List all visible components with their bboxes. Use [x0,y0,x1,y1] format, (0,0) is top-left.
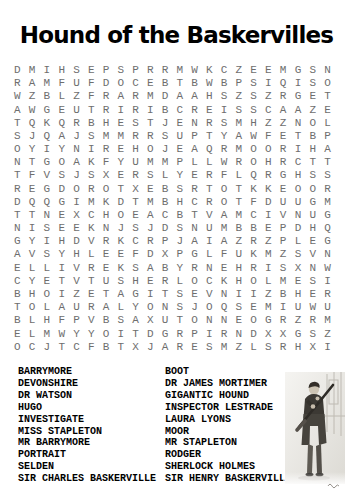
grid-cell[interactable]: I [84,143,99,156]
grid-cell[interactable]: O [261,143,276,156]
grid-cell[interactable]: A [231,130,246,143]
grid-cell[interactable]: R [276,143,291,156]
grid-cell[interactable]: R [231,156,246,169]
grid-cell[interactable]: I [202,235,217,248]
grid-cell[interactable]: A [187,143,202,156]
grid-cell[interactable]: P [128,64,143,77]
grid-cell[interactable]: B [246,222,261,235]
grid-cell[interactable]: N [40,209,55,222]
grid-cell[interactable]: R [276,341,291,354]
grid-cell[interactable]: D [69,235,84,248]
grid-cell[interactable]: A [10,248,25,261]
grid-cell[interactable]: B [99,314,114,327]
grid-cell[interactable]: A [172,90,187,103]
grid-cell[interactable]: Z [231,90,246,103]
grid-cell[interactable]: F [99,156,114,169]
grid-cell[interactable]: A [187,235,202,248]
grid-cell[interactable]: A [113,288,128,301]
grid-cell[interactable]: S [305,77,320,90]
grid-cell[interactable]: I [202,327,217,340]
grid-cell[interactable]: V [84,235,99,248]
grid-cell[interactable]: S [69,64,84,77]
grid-cell[interactable]: E [143,77,158,90]
grid-cell[interactable]: K [246,183,261,196]
grid-cell[interactable]: I [261,77,276,90]
grid-cell[interactable]: R [187,262,202,275]
grid-cell[interactable]: Y [172,262,187,275]
grid-cell[interactable]: S [246,104,261,117]
grid-cell[interactable]: Z [231,341,246,354]
grid-cell[interactable]: V [84,314,99,327]
grid-cell[interactable]: X [143,314,158,327]
grid-cell[interactable]: T [305,156,320,169]
grid-cell[interactable]: T [172,314,187,327]
grid-cell[interactable]: O [25,301,40,314]
grid-cell[interactable]: E [113,117,128,130]
grid-cell[interactable]: E [54,209,69,222]
grid-cell[interactable]: S [172,222,187,235]
grid-cell[interactable]: X [261,327,276,340]
grid-cell[interactable]: U [202,222,217,235]
grid-cell[interactable]: E [172,143,187,156]
grid-cell[interactable]: U [320,301,335,314]
grid-cell[interactable]: R [84,301,99,314]
grid-cell[interactable]: E [246,301,261,314]
grid-cell[interactable]: K [246,248,261,261]
grid-cell[interactable]: Z [25,90,40,103]
grid-cell[interactable]: Z [276,117,291,130]
grid-cell[interactable]: Z [305,104,320,117]
grid-cell[interactable]: Z [261,235,276,248]
grid-cell[interactable]: R [320,183,335,196]
grid-cell[interactable]: J [158,117,173,130]
grid-cell[interactable]: G [158,327,173,340]
grid-cell[interactable]: B [217,77,232,90]
grid-cell[interactable]: Q [40,130,55,143]
grid-cell[interactable]: S [143,169,158,182]
grid-cell[interactable]: R [99,104,114,117]
grid-cell[interactable]: G [261,314,276,327]
grid-cell[interactable]: T [84,104,99,117]
grid-cell[interactable]: T [231,196,246,209]
grid-cell[interactable]: L [54,90,69,103]
grid-cell[interactable]: O [320,77,335,90]
grid-cell[interactable]: O [217,183,232,196]
grid-cell[interactable]: L [40,301,55,314]
grid-cell[interactable]: S [217,90,232,103]
grid-cell[interactable]: O [54,156,69,169]
grid-cell[interactable]: B [158,77,173,90]
grid-cell[interactable]: J [69,169,84,182]
grid-cell[interactable]: G [305,196,320,209]
grid-cell[interactable]: H [99,117,114,130]
grid-cell[interactable]: T [172,77,187,90]
grid-cell[interactable]: O [99,183,114,196]
grid-cell[interactable]: O [217,196,232,209]
grid-cell[interactable]: E [276,130,291,143]
grid-cell[interactable]: E [40,275,55,288]
grid-cell[interactable]: S [113,314,128,327]
grid-cell[interactable]: K [84,156,99,169]
grid-cell[interactable]: U [128,156,143,169]
grid-cell[interactable]: R [10,77,25,90]
grid-cell[interactable]: U [291,301,306,314]
grid-cell[interactable]: W [25,104,40,117]
grid-cell[interactable]: M [40,77,55,90]
grid-cell[interactable]: R [246,235,261,248]
grid-cell[interactable]: H [99,209,114,222]
grid-cell[interactable]: G [276,169,291,182]
grid-cell[interactable]: I [231,288,246,301]
grid-cell[interactable]: M [143,90,158,103]
grid-cell[interactable]: E [113,143,128,156]
grid-cell[interactable]: N [291,117,306,130]
grid-cell[interactable]: R [10,183,25,196]
grid-cell[interactable]: R [187,183,202,196]
grid-cell[interactable]: Q [25,196,40,209]
grid-cell[interactable]: B [172,209,187,222]
grid-cell[interactable]: M [276,64,291,77]
grid-cell[interactable]: C [202,275,217,288]
grid-cell[interactable]: W [54,327,69,340]
grid-cell[interactable]: O [69,183,84,196]
grid-cell[interactable]: R [217,327,232,340]
grid-cell[interactable]: H [231,275,246,288]
grid-cell[interactable]: A [99,301,114,314]
grid-cell[interactable]: O [143,143,158,156]
grid-cell[interactable]: E [172,117,187,130]
grid-cell[interactable]: I [320,275,335,288]
grid-cell[interactable]: A [143,209,158,222]
grid-cell[interactable]: M [276,275,291,288]
grid-cell[interactable]: S [276,262,291,275]
grid-cell[interactable]: R [276,90,291,103]
grid-cell[interactable]: S [113,64,128,77]
grid-cell[interactable]: O [113,77,128,90]
grid-cell[interactable]: M [143,156,158,169]
grid-cell[interactable]: S [305,275,320,288]
grid-cell[interactable]: S [305,64,320,77]
grid-cell[interactable]: E [25,183,40,196]
grid-cell[interactable]: M [25,64,40,77]
grid-cell[interactable]: F [54,77,69,90]
grid-cell[interactable]: S [291,248,306,261]
grid-cell[interactable]: Y [69,327,84,340]
grid-cell[interactable]: V [276,209,291,222]
grid-cell[interactable]: B [187,77,202,90]
grid-cell[interactable]: N [187,222,202,235]
grid-cell[interactable]: X [128,183,143,196]
grid-cell[interactable]: B [84,117,99,130]
grid-cell[interactable]: L [172,275,187,288]
grid-cell[interactable]: P [172,248,187,261]
grid-cell[interactable]: R [261,169,276,182]
grid-cell[interactable]: U [276,196,291,209]
grid-cell[interactable]: O [99,327,114,340]
grid-cell[interactable]: R [158,275,173,288]
grid-cell[interactable]: A [276,104,291,117]
grid-cell[interactable]: D [99,77,114,90]
grid-cell[interactable]: C [217,64,232,77]
grid-cell[interactable]: A [113,90,128,103]
grid-cell[interactable]: A [158,341,173,354]
grid-cell[interactable]: C [25,341,40,354]
grid-cell[interactable]: A [320,143,335,156]
grid-cell[interactable]: N [69,143,84,156]
grid-cell[interactable]: S [128,262,143,275]
grid-cell[interactable]: U [172,130,187,143]
grid-cell[interactable]: R [128,104,143,117]
grid-cell[interactable]: M [320,314,335,327]
grid-cell[interactable]: X [158,248,173,261]
grid-cell[interactable]: N [187,117,202,130]
grid-cell[interactable]: E [187,341,202,354]
grid-cell[interactable]: O [187,314,202,327]
grid-cell[interactable]: X [99,169,114,182]
grid-cell[interactable]: O [113,209,128,222]
grid-cell[interactable]: G [40,104,55,117]
grid-cell[interactable]: N [99,222,114,235]
grid-cell[interactable]: E [113,169,128,182]
grid-cell[interactable]: B [158,196,173,209]
grid-cell[interactable]: B [158,183,173,196]
grid-cell[interactable]: S [305,169,320,182]
grid-cell[interactable]: S [172,183,187,196]
grid-cell[interactable]: R [143,235,158,248]
grid-cell[interactable]: A [291,104,306,117]
grid-cell[interactable]: Y [54,248,69,261]
grid-cell[interactable]: H [69,248,84,261]
grid-cell[interactable]: H [128,143,143,156]
grid-cell[interactable]: I [40,64,55,77]
grid-cell[interactable]: E [305,235,320,248]
grid-cell[interactable]: Z [69,90,84,103]
grid-cell[interactable]: K [261,183,276,196]
grid-cell[interactable]: I [143,104,158,117]
grid-cell[interactable]: J [143,222,158,235]
grid-cell[interactable]: I [291,77,306,90]
grid-cell[interactable]: R [143,130,158,143]
grid-cell[interactable]: E [231,314,246,327]
grid-cell[interactable]: G [291,327,306,340]
grid-cell[interactable]: T [320,156,335,169]
grid-cell[interactable]: R [99,90,114,103]
grid-cell[interactable]: R [217,143,232,156]
grid-cell[interactable]: O [187,275,202,288]
grid-cell[interactable]: U [69,77,84,90]
grid-cell[interactable]: J [187,301,202,314]
grid-cell[interactable]: R [202,196,217,209]
grid-cell[interactable]: T [84,275,99,288]
grid-cell[interactable]: G [291,64,306,77]
grid-cell[interactable]: C [246,209,261,222]
grid-cell[interactable]: M [158,156,173,169]
grid-cell[interactable]: N [291,209,306,222]
grid-cell[interactable]: I [54,288,69,301]
grid-cell[interactable]: M [231,117,246,130]
grid-cell[interactable]: A [143,262,158,275]
grid-cell[interactable]: L [187,156,202,169]
grid-cell[interactable]: R [172,341,187,354]
grid-cell[interactable]: E [99,248,114,261]
grid-cell[interactable]: T [54,341,69,354]
grid-cell[interactable]: T [291,130,306,143]
grid-cell[interactable]: O [246,143,261,156]
grid-cell[interactable]: C [261,104,276,117]
grid-cell[interactable]: E [54,222,69,235]
grid-cell[interactable]: U [291,196,306,209]
grid-cell[interactable]: M [143,196,158,209]
grid-cell[interactable]: I [113,327,128,340]
grid-cell[interactable]: M [99,130,114,143]
grid-cell[interactable]: S [246,77,261,90]
grid-cell[interactable]: R [246,262,261,275]
grid-cell[interactable]: E [10,262,25,275]
grid-cell[interactable]: R [187,104,202,117]
grid-cell[interactable]: G [10,235,25,248]
grid-cell[interactable]: Q [25,117,40,130]
grid-cell[interactable]: I [276,301,291,314]
grid-cell[interactable]: N [10,222,25,235]
grid-cell[interactable]: U [305,209,320,222]
grid-cell[interactable]: R [158,64,173,77]
grid-cell[interactable]: R [69,117,84,130]
grid-cell[interactable]: O [40,288,55,301]
grid-cell[interactable]: P [69,314,84,327]
grid-cell[interactable]: L [246,341,261,354]
grid-cell[interactable]: S [231,104,246,117]
grid-cell[interactable]: M [217,222,232,235]
grid-cell[interactable]: S [172,288,187,301]
grid-cell[interactable]: J [40,341,55,354]
grid-cell[interactable]: N [202,262,217,275]
grid-cell[interactable]: N [202,314,217,327]
grid-cell[interactable]: J [69,130,84,143]
grid-cell[interactable]: H [54,235,69,248]
grid-cell[interactable]: A [54,130,69,143]
grid-cell[interactable]: B [158,104,173,117]
grid-cell[interactable]: E [187,288,202,301]
grid-cell[interactable]: B [231,222,246,235]
grid-cell[interactable]: L [25,327,40,340]
grid-cell[interactable]: M [84,196,99,209]
grid-cell[interactable]: T [143,117,158,130]
grid-cell[interactable]: S [84,130,99,143]
grid-cell[interactable]: I [54,262,69,275]
grid-cell[interactable]: V [25,248,40,261]
grid-cell[interactable]: T [113,183,128,196]
grid-cell[interactable]: S [54,169,69,182]
grid-cell[interactable]: F [261,130,276,143]
grid-cell[interactable]: S [202,341,217,354]
grid-cell[interactable]: S [320,169,335,182]
grid-cell[interactable]: Q [320,222,335,235]
grid-cell[interactable]: E [54,104,69,117]
grid-cell[interactable]: I [143,288,158,301]
grid-cell[interactable]: B [158,262,173,275]
grid-cell[interactable]: A [25,77,40,90]
grid-cell[interactable]: P [172,156,187,169]
grid-cell[interactable]: G [54,196,69,209]
grid-cell[interactable]: X [305,341,320,354]
grid-cell[interactable]: O [143,301,158,314]
grid-cell[interactable]: R [172,327,187,340]
grid-cell[interactable]: H [128,275,143,288]
grid-cell[interactable]: E [113,248,128,261]
grid-cell[interactable]: Y [113,156,128,169]
grid-cell[interactable]: O [291,183,306,196]
grid-cell[interactable]: T [54,275,69,288]
grid-cell[interactable]: T [202,130,217,143]
grid-cell[interactable]: T [10,117,25,130]
grid-cell[interactable]: E [10,327,25,340]
grid-cell[interactable]: M [261,301,276,314]
grid-cell[interactable]: L [261,275,276,288]
grid-cell[interactable]: C [69,341,84,354]
grid-cell[interactable]: F [54,314,69,327]
grid-cell[interactable]: R [128,169,143,182]
grid-cell[interactable]: L [40,262,55,275]
grid-cell[interactable]: S [246,90,261,103]
grid-cell[interactable]: H [305,143,320,156]
grid-cell[interactable]: E [84,288,99,301]
grid-cell[interactable]: G [187,248,202,261]
grid-cell[interactable]: K [99,196,114,209]
grid-cell[interactable]: M [113,130,128,143]
grid-cell[interactable]: Y [172,169,187,182]
grid-cell[interactable]: F [217,248,232,261]
grid-cell[interactable]: I [25,222,40,235]
grid-cell[interactable]: Y [25,275,40,288]
grid-cell[interactable]: O [246,275,261,288]
grid-cell[interactable]: L [202,156,217,169]
grid-cell[interactable]: B [40,90,55,103]
grid-cell[interactable]: S [217,117,232,130]
grid-cell[interactable]: H [231,262,246,275]
grid-cell[interactable]: M [231,209,246,222]
grid-cell[interactable]: V [40,169,55,182]
grid-cell[interactable]: H [246,117,261,130]
grid-cell[interactable]: Y [84,327,99,340]
grid-cell[interactable]: W [305,301,320,314]
grid-cell[interactable]: P [187,130,202,143]
grid-cell[interactable]: G [320,235,335,248]
grid-cell[interactable]: Z [291,314,306,327]
grid-cell[interactable]: X [69,209,84,222]
grid-cell[interactable]: S [40,222,55,235]
grid-cell[interactable]: C [158,209,173,222]
grid-cell[interactable]: E [291,275,306,288]
grid-cell[interactable]: D [291,222,306,235]
grid-cell[interactable]: S [305,327,320,340]
grid-cell[interactable]: T [10,209,25,222]
grid-cell[interactable]: M [320,196,335,209]
grid-cell[interactable]: U [99,275,114,288]
grid-cell[interactable]: O [305,183,320,196]
grid-cell[interactable]: N [320,64,335,77]
grid-cell[interactable]: H [25,288,40,301]
grid-cell[interactable]: B [10,314,25,327]
grid-cell[interactable]: D [113,196,128,209]
grid-cell[interactable]: Z [261,288,276,301]
grid-cell[interactable]: H [40,314,55,327]
grid-cell[interactable]: E [261,64,276,77]
grid-cell[interactable]: T [10,169,25,182]
grid-cell[interactable]: I [261,262,276,275]
grid-cell[interactable]: Q [217,301,232,314]
grid-cell[interactable]: R [320,288,335,301]
grid-cell[interactable]: Z [276,248,291,261]
